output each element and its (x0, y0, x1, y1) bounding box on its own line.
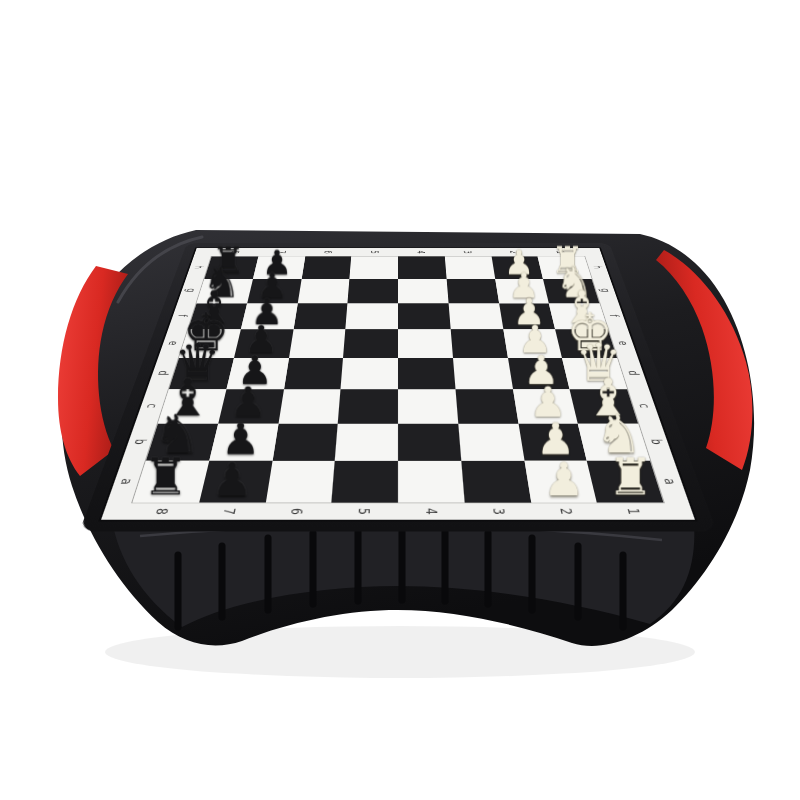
coord-label-a: a (659, 475, 680, 487)
coord-label-7: 7 (219, 505, 239, 518)
square-h4[interactable] (398, 256, 446, 278)
square-e5[interactable] (343, 329, 398, 358)
coord-label-g: g (598, 287, 613, 294)
coord-label-f: f (174, 312, 190, 320)
square-e6[interactable] (289, 329, 346, 358)
coord-label-6: 6 (287, 505, 306, 518)
square-b4[interactable] (398, 423, 461, 461)
square-g6[interactable] (297, 279, 349, 303)
square-a5[interactable] (332, 461, 398, 503)
piece-white-pawn-a2[interactable]: ♟ (543, 458, 584, 502)
board-scene: ♜♟♟♜♞♟♟♞♝♟♟♝♚♟♟♚♛♟♟♛♝♟♟♝♞♟♟♞♜♟♟♜ hh88gg7… (144, 104, 652, 612)
coord-label-1: 1 (553, 249, 567, 255)
square-g4[interactable] (398, 279, 448, 303)
square-c4[interactable] (398, 389, 458, 423)
coord-label-4: 4 (415, 249, 427, 255)
coord-label-1: 1 (623, 505, 644, 518)
piece-black-rook-a8[interactable]: ♜ (143, 453, 189, 501)
coord-label-b: b (130, 436, 149, 447)
coord-label-2: 2 (556, 505, 576, 518)
square-f6[interactable] (293, 303, 348, 329)
square-c5[interactable] (338, 389, 398, 423)
product-photo: ♜♟♟♜♞♟♟♞♝♟♟♝♚♟♟♚♛♟♟♛♝♟♟♝♞♟♟♞♜♟♟♜ hh88gg7… (0, 0, 800, 800)
square-d4[interactable] (398, 358, 455, 389)
coord-label-h: h (192, 264, 206, 271)
coord-label-a: a (116, 475, 137, 487)
coord-label-b: b (647, 436, 666, 447)
square-h6[interactable] (301, 256, 351, 278)
square-h3[interactable] (445, 256, 495, 278)
square-g5[interactable] (348, 279, 398, 303)
square-g3[interactable] (446, 279, 498, 303)
square-a2[interactable]: ♟ (524, 461, 597, 503)
square-d6[interactable] (283, 358, 343, 389)
square-c3[interactable] (455, 389, 518, 423)
square-b5[interactable] (335, 423, 398, 461)
coord-label-2: 2 (507, 249, 520, 255)
square-f3[interactable] (448, 303, 503, 329)
coord-label-f: f (606, 312, 622, 320)
piece-black-pawn-a7[interactable]: ♟ (212, 458, 253, 502)
square-a4[interactable] (398, 461, 464, 503)
square-e4[interactable] (398, 329, 453, 358)
square-f5[interactable] (346, 303, 398, 329)
square-a3[interactable] (461, 461, 531, 503)
square-a6[interactable] (265, 461, 335, 503)
coord-label-3: 3 (461, 249, 474, 255)
square-h5[interactable] (350, 256, 398, 278)
square-a1[interactable]: ♜ (587, 461, 663, 503)
coord-label-g: g (183, 287, 198, 294)
square-c6[interactable] (278, 389, 341, 423)
coord-label-6: 6 (322, 249, 335, 255)
square-d5[interactable] (341, 358, 398, 389)
coord-label-8: 8 (151, 505, 172, 518)
coord-label-8: 8 (228, 249, 242, 255)
piece-white-rook-a1[interactable]: ♜ (607, 453, 653, 501)
square-f4[interactable] (398, 303, 450, 329)
square-b6[interactable] (272, 423, 338, 461)
coord-label-7: 7 (275, 249, 288, 255)
chess-board: ♜♟♟♜♞♟♟♞♝♟♟♝♚♟♟♚♛♟♟♛♝♟♟♝♞♟♟♞♜♟♟♜ hh88gg7… (101, 248, 695, 519)
coord-label-5: 5 (368, 249, 380, 255)
square-a8[interactable]: ♜ (133, 461, 209, 503)
square-a7[interactable]: ♟ (199, 461, 272, 503)
coord-label-4: 4 (422, 505, 440, 518)
board-grid: ♜♟♟♜♞♟♟♞♝♟♟♝♚♟♟♚♛♟♟♛♝♟♟♝♞♟♟♞♜♟♟♜ (131, 256, 665, 503)
square-d3[interactable] (453, 358, 513, 389)
coord-label-h: h (590, 264, 604, 271)
square-e3[interactable] (450, 329, 507, 358)
coord-label-3: 3 (489, 505, 508, 518)
board-tray: ♜♟♟♜♞♟♟♞♝♟♟♝♚♟♟♚♛♟♟♛♝♟♟♝♞♟♟♞♜♟♟♜ hh88gg7… (79, 243, 716, 532)
coord-label-5: 5 (355, 505, 373, 518)
square-b3[interactable] (458, 423, 524, 461)
